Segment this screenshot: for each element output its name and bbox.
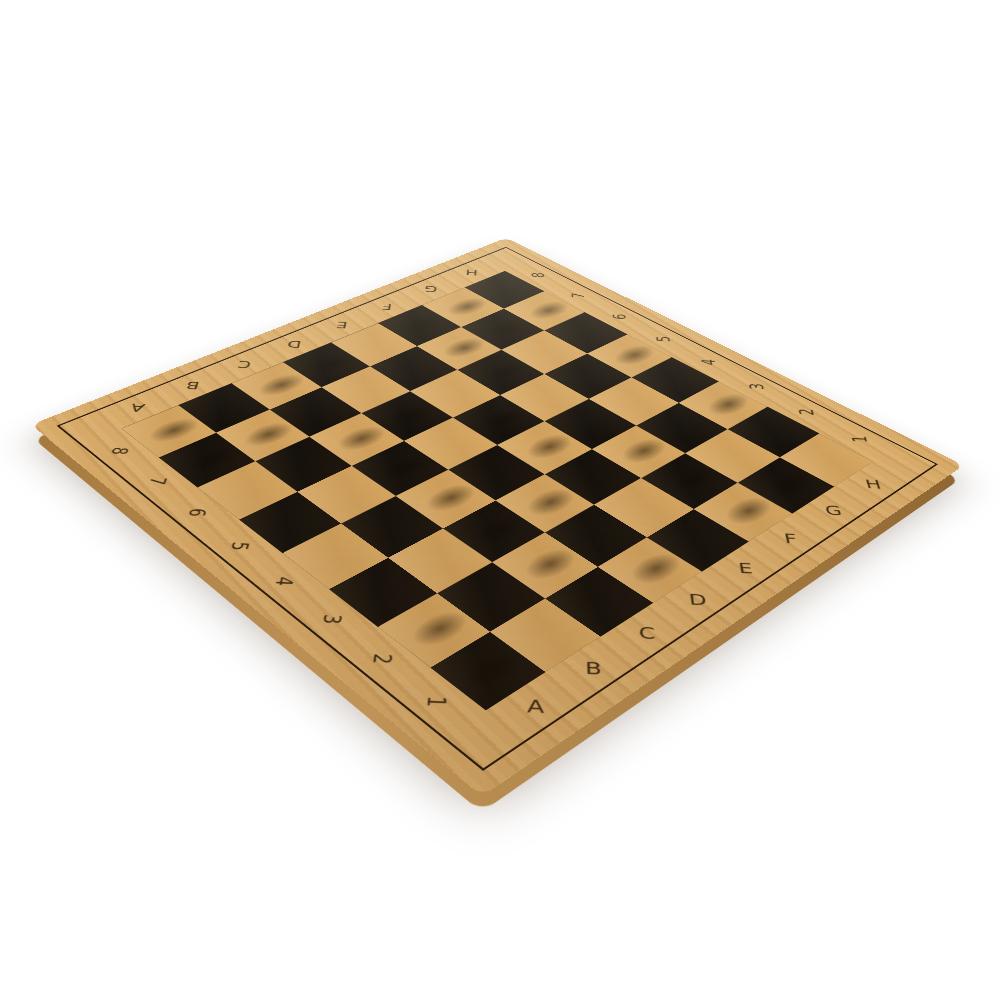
piece-white-rook-a1[interactable]: ♜ xyxy=(353,559,627,683)
board-tilt-wrapper: ♜♝♛♜♚♟♟♟♟♟♞♟♞♟♟♟♝♟♞♟♞♟♟♟♟♜♛♜♚ AA88BB77CC… xyxy=(0,0,1000,1000)
photo-background: ♜♝♛♜♚♟♟♟♟♟♞♟♞♟♟♟♝♟♞♟♞♟♟♟♟♜♛♜♚ AA88BB77CC… xyxy=(0,0,1000,1000)
chess-board: ♜♝♛♜♚♟♟♟♟♟♞♟♞♟♟♟♝♟♞♟♞♟♟♟♟♜♛♜♚ AA88BB77CC… xyxy=(31,238,963,797)
board-top-surface: ♜♝♛♜♚♟♟♟♟♟♞♟♞♟♟♟♝♟♞♟♞♟♟♟♟♜♛♜♚ AA88BB77CC… xyxy=(31,238,963,797)
perspective-scene: ♜♝♛♜♚♟♟♟♟♟♞♟♞♟♟♟♝♟♞♟♞♟♟♟♟♜♛♜♚ AA88BB77CC… xyxy=(0,0,1000,1000)
board-squares: ♜♝♛♜♚♟♟♟♟♟♞♟♞♟♟♟♝♟♞♟♞♟♟♟♟♜♛♜♚ xyxy=(122,271,874,710)
